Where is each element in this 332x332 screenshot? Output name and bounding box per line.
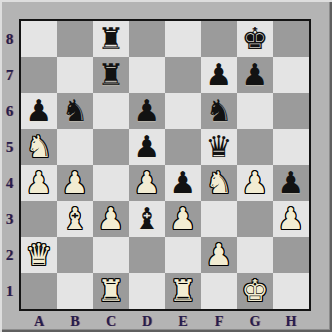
square-a5[interactable]: ♞ — [21, 129, 57, 165]
piece-black-queen[interactable]: ♛ — [201, 129, 237, 165]
square-e6[interactable] — [165, 93, 201, 129]
piece-black-knight[interactable]: ♞ — [201, 93, 237, 129]
square-g2[interactable] — [237, 237, 273, 273]
square-d8[interactable] — [129, 21, 165, 57]
piece-black-pawn[interactable]: ♟ — [129, 129, 165, 165]
piece-white-pawn[interactable]: ♟ — [93, 201, 129, 237]
square-g1[interactable]: ♚ — [237, 273, 273, 309]
square-h4[interactable]: ♟ — [273, 165, 309, 201]
square-a6[interactable]: ♟ — [21, 93, 57, 129]
piece-black-pawn[interactable]: ♟ — [201, 57, 237, 93]
piece-white-queen[interactable]: ♛ — [21, 237, 57, 273]
square-c6[interactable] — [93, 93, 129, 129]
square-f1[interactable] — [201, 273, 237, 309]
piece-white-bishop[interactable]: ♝ — [57, 201, 93, 237]
piece-black-pawn[interactable]: ♟ — [21, 93, 57, 129]
piece-black-knight[interactable]: ♞ — [57, 93, 93, 129]
square-a3[interactable] — [21, 201, 57, 237]
square-e4[interactable]: ♟ — [165, 165, 201, 201]
square-a4[interactable]: ♟ — [21, 165, 57, 201]
square-g5[interactable] — [237, 129, 273, 165]
square-d1[interactable] — [129, 273, 165, 309]
square-h2[interactable] — [273, 237, 309, 273]
square-d7[interactable] — [129, 57, 165, 93]
piece-white-pawn[interactable]: ♟ — [201, 237, 237, 273]
piece-black-pawn[interactable]: ♟ — [237, 57, 273, 93]
piece-white-knight[interactable]: ♞ — [201, 165, 237, 201]
piece-black-rook[interactable]: ♜ — [93, 21, 129, 57]
file-label-b: B — [57, 312, 93, 331]
rank-label-5: 5 — [0, 129, 19, 165]
square-b1[interactable] — [57, 273, 93, 309]
square-f7[interactable]: ♟ — [201, 57, 237, 93]
piece-black-bishop[interactable]: ♝ — [129, 201, 165, 237]
square-g4[interactable]: ♟ — [237, 165, 273, 201]
rank-label-3: 3 — [0, 201, 19, 237]
piece-white-pawn[interactable]: ♟ — [129, 165, 165, 201]
piece-black-rook[interactable]: ♜ — [93, 57, 129, 93]
piece-black-pawn[interactable]: ♟ — [273, 165, 309, 201]
file-label-a: A — [21, 312, 57, 331]
file-label-e: E — [165, 312, 201, 331]
square-h6[interactable] — [273, 93, 309, 129]
square-d6[interactable]: ♟ — [129, 93, 165, 129]
piece-white-knight[interactable]: ♞ — [21, 129, 57, 165]
square-h8[interactable] — [273, 21, 309, 57]
rank-label-7: 7 — [0, 57, 19, 93]
piece-white-pawn[interactable]: ♟ — [165, 201, 201, 237]
square-d5[interactable]: ♟ — [129, 129, 165, 165]
square-b3[interactable]: ♝ — [57, 201, 93, 237]
square-f8[interactable] — [201, 21, 237, 57]
square-g6[interactable] — [237, 93, 273, 129]
piece-white-king[interactable]: ♚ — [237, 273, 273, 309]
square-b5[interactable] — [57, 129, 93, 165]
square-c3[interactable]: ♟ — [93, 201, 129, 237]
square-c5[interactable] — [93, 129, 129, 165]
square-e7[interactable] — [165, 57, 201, 93]
square-a1[interactable] — [21, 273, 57, 309]
piece-white-rook[interactable]: ♜ — [93, 273, 129, 309]
square-b4[interactable]: ♟ — [57, 165, 93, 201]
piece-white-rook[interactable]: ♜ — [165, 273, 201, 309]
rank-label-6: 6 — [0, 93, 19, 129]
file-label-c: C — [93, 312, 129, 331]
square-b8[interactable] — [57, 21, 93, 57]
square-e2[interactable] — [165, 237, 201, 273]
square-b2[interactable] — [57, 237, 93, 273]
file-labels: ABCDEFGH — [21, 312, 309, 331]
rank-label-2: 2 — [0, 237, 19, 273]
square-h5[interactable] — [273, 129, 309, 165]
square-h1[interactable] — [273, 273, 309, 309]
square-c7[interactable]: ♜ — [93, 57, 129, 93]
rank-label-4: 4 — [0, 165, 19, 201]
piece-white-pawn[interactable]: ♟ — [237, 165, 273, 201]
square-g3[interactable] — [237, 201, 273, 237]
square-b7[interactable] — [57, 57, 93, 93]
square-d3[interactable]: ♝ — [129, 201, 165, 237]
square-f4[interactable]: ♞ — [201, 165, 237, 201]
file-label-d: D — [129, 312, 165, 331]
file-label-f: F — [201, 312, 237, 331]
square-a7[interactable] — [21, 57, 57, 93]
square-a8[interactable] — [21, 21, 57, 57]
file-label-h: H — [273, 312, 309, 331]
square-b6[interactable]: ♞ — [57, 93, 93, 129]
rank-labels: 87654321 — [0, 21, 19, 309]
file-label-g: G — [237, 312, 273, 331]
rank-label-8: 8 — [0, 21, 19, 57]
piece-black-pawn[interactable]: ♟ — [129, 93, 165, 129]
square-c8[interactable]: ♜ — [93, 21, 129, 57]
square-a2[interactable]: ♛ — [21, 237, 57, 273]
square-d4[interactable]: ♟ — [129, 165, 165, 201]
square-e3[interactable]: ♟ — [165, 201, 201, 237]
square-e5[interactable] — [165, 129, 201, 165]
square-c1[interactable]: ♜ — [93, 273, 129, 309]
square-f3[interactable] — [201, 201, 237, 237]
square-f5[interactable]: ♛ — [201, 129, 237, 165]
square-e8[interactable] — [165, 21, 201, 57]
rank-label-1: 1 — [0, 273, 19, 309]
piece-white-pawn[interactable]: ♟ — [21, 165, 57, 201]
chessboard: ♜♚♜♟♟♟♞♟♞♞♟♛♟♟♟♟♞♟♟♝♟♝♟♟♛♟♜♜♚ — [19, 19, 311, 311]
square-f6[interactable]: ♞ — [201, 93, 237, 129]
square-c2[interactable] — [93, 237, 129, 273]
square-h3[interactable]: ♟ — [273, 201, 309, 237]
square-d2[interactable] — [129, 237, 165, 273]
piece-white-pawn[interactable]: ♟ — [57, 165, 93, 201]
square-g7[interactable]: ♟ — [237, 57, 273, 93]
piece-black-king[interactable]: ♚ — [237, 21, 273, 57]
piece-black-pawn[interactable]: ♟ — [165, 165, 201, 201]
square-e1[interactable]: ♜ — [165, 273, 201, 309]
piece-white-pawn[interactable]: ♟ — [273, 201, 309, 237]
square-f2[interactable]: ♟ — [201, 237, 237, 273]
square-h7[interactable] — [273, 57, 309, 93]
square-c4[interactable] — [93, 165, 129, 201]
chessboard-frame: 87654321 ♜♚♜♟♟♟♞♟♞♞♟♛♟♟♟♟♞♟♟♝♟♝♟♟♛♟♜♜♚ A… — [0, 0, 332, 332]
square-g8[interactable]: ♚ — [237, 21, 273, 57]
